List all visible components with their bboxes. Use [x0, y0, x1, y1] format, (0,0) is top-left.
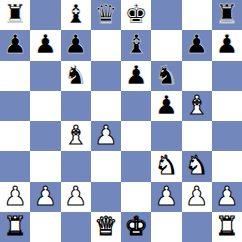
black-pawn-piece[interactable]: ♟ [215, 31, 238, 57]
white-king-piece[interactable]: ♚ [124, 213, 147, 239]
white-pawn-piece[interactable]: ♟ [155, 183, 178, 209]
square-e5[interactable] [121, 91, 151, 121]
square-g2[interactable]: ♟ [182, 182, 212, 212]
square-g1[interactable] [182, 212, 212, 242]
chess-board: ♜♝♛♚♜♟♟♟♝♟♟♞♟♞♟♝♝♟♞♞♟♟♟♟♟♟♜♛♚♜ [0, 0, 242, 242]
square-e3[interactable] [121, 151, 151, 181]
square-d5[interactable] [91, 91, 121, 121]
square-b4[interactable] [30, 121, 60, 151]
square-c5[interactable] [61, 91, 91, 121]
white-pawn-piece[interactable]: ♟ [64, 183, 87, 209]
white-knight-piece[interactable]: ♞ [185, 152, 208, 178]
square-g3[interactable]: ♞ [182, 151, 212, 181]
square-e1[interactable]: ♚ [121, 212, 151, 242]
black-queen-piece[interactable]: ♛ [94, 1, 117, 27]
square-c4[interactable]: ♝ [61, 121, 91, 151]
square-a6[interactable] [0, 61, 30, 91]
square-d7[interactable] [91, 30, 121, 60]
white-pawn-piece[interactable]: ♟ [34, 183, 57, 209]
square-f4[interactable] [151, 121, 181, 151]
square-g6[interactable] [182, 61, 212, 91]
square-a1[interactable]: ♜ [0, 212, 30, 242]
square-c6[interactable]: ♞ [61, 61, 91, 91]
square-a2[interactable]: ♟ [0, 182, 30, 212]
square-g7[interactable]: ♟ [182, 30, 212, 60]
black-knight-piece[interactable]: ♞ [155, 62, 178, 88]
square-a5[interactable] [0, 91, 30, 121]
square-b6[interactable] [30, 61, 60, 91]
white-bishop-piece[interactable]: ♝ [185, 92, 208, 118]
square-h1[interactable]: ♜ [212, 212, 242, 242]
square-c8[interactable]: ♝ [61, 0, 91, 30]
black-pawn-piece[interactable]: ♟ [124, 62, 147, 88]
white-pawn-piece[interactable]: ♟ [215, 183, 238, 209]
square-h8[interactable]: ♜ [212, 0, 242, 30]
square-h5[interactable] [212, 91, 242, 121]
square-f1[interactable] [151, 212, 181, 242]
square-g4[interactable] [182, 121, 212, 151]
square-a8[interactable]: ♜ [0, 0, 30, 30]
square-b7[interactable]: ♟ [30, 30, 60, 60]
black-pawn-piece[interactable]: ♟ [3, 31, 26, 57]
square-f7[interactable] [151, 30, 181, 60]
square-a4[interactable] [0, 121, 30, 151]
black-king-piece[interactable]: ♚ [124, 1, 147, 27]
square-e8[interactable]: ♚ [121, 0, 151, 30]
square-e6[interactable]: ♟ [121, 61, 151, 91]
square-c7[interactable]: ♟ [61, 30, 91, 60]
square-b5[interactable] [30, 91, 60, 121]
square-d3[interactable] [91, 151, 121, 181]
square-d2[interactable] [91, 182, 121, 212]
square-a7[interactable]: ♟ [0, 30, 30, 60]
square-d4[interactable]: ♟ [91, 121, 121, 151]
black-rook-piece[interactable]: ♜ [215, 1, 238, 27]
white-queen-piece[interactable]: ♛ [94, 213, 117, 239]
square-f3[interactable]: ♞ [151, 151, 181, 181]
black-knight-piece[interactable]: ♞ [64, 62, 87, 88]
black-pawn-piece[interactable]: ♟ [185, 31, 208, 57]
square-g5[interactable]: ♝ [182, 91, 212, 121]
square-d6[interactable] [91, 61, 121, 91]
square-h4[interactable] [212, 121, 242, 151]
square-b3[interactable] [30, 151, 60, 181]
white-knight-piece[interactable]: ♞ [155, 152, 178, 178]
square-d1[interactable]: ♛ [91, 212, 121, 242]
black-pawn-piece[interactable]: ♟ [64, 31, 87, 57]
white-pawn-piece[interactable]: ♟ [185, 183, 208, 209]
white-pawn-piece[interactable]: ♟ [3, 183, 26, 209]
square-e2[interactable] [121, 182, 151, 212]
square-h6[interactable] [212, 61, 242, 91]
square-a3[interactable] [0, 151, 30, 181]
square-b2[interactable]: ♟ [30, 182, 60, 212]
square-b1[interactable] [30, 212, 60, 242]
square-h3[interactable] [212, 151, 242, 181]
white-bishop-piece[interactable]: ♝ [64, 122, 87, 148]
square-d8[interactable]: ♛ [91, 0, 121, 30]
square-c1[interactable] [61, 212, 91, 242]
black-bishop-piece[interactable]: ♝ [124, 31, 147, 57]
black-pawn-piece[interactable]: ♟ [34, 31, 57, 57]
square-f6[interactable]: ♞ [151, 61, 181, 91]
square-f8[interactable] [151, 0, 181, 30]
black-bishop-piece[interactable]: ♝ [64, 1, 87, 27]
white-rook-piece[interactable]: ♜ [215, 213, 238, 239]
square-f2[interactable]: ♟ [151, 182, 181, 212]
white-rook-piece[interactable]: ♜ [3, 213, 26, 239]
black-pawn-piece[interactable]: ♟ [155, 92, 178, 118]
square-c2[interactable]: ♟ [61, 182, 91, 212]
black-rook-piece[interactable]: ♜ [3, 1, 26, 27]
square-g8[interactable] [182, 0, 212, 30]
square-h2[interactable]: ♟ [212, 182, 242, 212]
white-pawn-piece[interactable]: ♟ [94, 122, 117, 148]
square-e4[interactable] [121, 121, 151, 151]
square-b8[interactable] [30, 0, 60, 30]
square-h7[interactable]: ♟ [212, 30, 242, 60]
square-e7[interactable]: ♝ [121, 30, 151, 60]
square-f5[interactable]: ♟ [151, 91, 181, 121]
square-c3[interactable] [61, 151, 91, 181]
